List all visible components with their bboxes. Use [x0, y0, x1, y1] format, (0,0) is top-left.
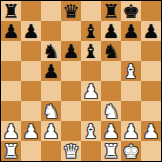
- white-queen-piece[interactable]: ♛: [62, 141, 79, 161]
- square-g4[interactable]: [121, 81, 141, 101]
- white-knight-piece[interactable]: ♞: [42, 101, 59, 121]
- black-pawn-piece[interactable]: ♟: [142, 21, 159, 41]
- square-a4[interactable]: [1, 81, 21, 101]
- square-f1[interactable]: ♜: [101, 141, 121, 161]
- square-a6[interactable]: [1, 41, 21, 61]
- white-rook-piece[interactable]: ♜: [102, 141, 119, 161]
- black-rook-piece[interactable]: ♜: [102, 1, 119, 21]
- square-d8[interactable]: ♛: [61, 1, 81, 21]
- square-d6[interactable]: ♟: [61, 41, 81, 61]
- square-h1[interactable]: [141, 141, 161, 161]
- square-c4[interactable]: [41, 81, 61, 101]
- square-e7[interactable]: ♝: [81, 21, 101, 41]
- square-e3[interactable]: [81, 101, 101, 121]
- square-g8[interactable]: ♚: [121, 1, 141, 21]
- black-rook-piece[interactable]: ♜: [2, 1, 19, 21]
- square-b8[interactable]: [21, 1, 41, 21]
- white-pawn-piece[interactable]: ♟: [122, 121, 139, 141]
- square-f4[interactable]: [101, 81, 121, 101]
- square-b3[interactable]: [21, 101, 41, 121]
- square-a2[interactable]: ♟: [1, 121, 21, 141]
- square-c2[interactable]: ♟: [41, 121, 61, 141]
- square-h5[interactable]: [141, 61, 161, 81]
- square-d5[interactable]: [61, 61, 81, 81]
- white-rook-piece[interactable]: ♜: [2, 141, 19, 161]
- square-f8[interactable]: ♜: [101, 1, 121, 21]
- square-b7[interactable]: ♟: [21, 21, 41, 41]
- black-pawn-piece[interactable]: ♟: [2, 21, 19, 41]
- square-b4[interactable]: [21, 81, 41, 101]
- square-h2[interactable]: ♟: [141, 121, 161, 141]
- square-d1[interactable]: ♛: [61, 141, 81, 161]
- black-queen-piece[interactable]: ♛: [62, 1, 79, 21]
- square-e5[interactable]: [81, 61, 101, 81]
- square-e4[interactable]: ♟: [81, 81, 101, 101]
- square-c6[interactable]: ♞: [41, 41, 61, 61]
- square-c1[interactable]: [41, 141, 61, 161]
- white-bishop-piece[interactable]: ♝: [122, 61, 139, 81]
- square-h8[interactable]: [141, 1, 161, 21]
- white-bishop-piece[interactable]: ♝: [82, 121, 99, 141]
- square-d3[interactable]: [61, 101, 81, 121]
- black-pawn-piece[interactable]: ♟: [122, 21, 139, 41]
- square-c8[interactable]: [41, 1, 61, 21]
- square-g6[interactable]: [121, 41, 141, 61]
- square-c5[interactable]: ♟: [41, 61, 61, 81]
- square-c3[interactable]: ♞: [41, 101, 61, 121]
- square-a5[interactable]: [1, 61, 21, 81]
- square-e8[interactable]: [81, 1, 101, 21]
- square-b2[interactable]: ♟: [21, 121, 41, 141]
- square-a3[interactable]: [1, 101, 21, 121]
- square-b6[interactable]: [21, 41, 41, 61]
- black-bishop-piece[interactable]: ♝: [82, 41, 99, 61]
- square-h7[interactable]: ♟: [141, 21, 161, 41]
- square-a7[interactable]: ♟: [1, 21, 21, 41]
- square-a1[interactable]: ♜: [1, 141, 21, 161]
- square-e2[interactable]: ♝: [81, 121, 101, 141]
- square-g1[interactable]: ♚: [121, 141, 141, 161]
- square-f7[interactable]: ♟: [101, 21, 121, 41]
- white-pawn-piece[interactable]: ♟: [42, 121, 59, 141]
- square-c7[interactable]: [41, 21, 61, 41]
- chess-board: ♜♛♜♚♟♟♝♟♟♟♞♟♝♞♟♝♟♞♞♟♟♟♝♟♟♟♜♛♜♚: [0, 0, 162, 162]
- square-b1[interactable]: [21, 141, 41, 161]
- square-d7[interactable]: [61, 21, 81, 41]
- square-f5[interactable]: [101, 61, 121, 81]
- black-pawn-piece[interactable]: ♟: [22, 21, 39, 41]
- white-knight-piece[interactable]: ♞: [102, 101, 119, 121]
- square-g5[interactable]: ♝: [121, 61, 141, 81]
- square-a8[interactable]: ♜: [1, 1, 21, 21]
- white-pawn-piece[interactable]: ♟: [22, 121, 39, 141]
- white-pawn-piece[interactable]: ♟: [102, 121, 119, 141]
- white-pawn-piece[interactable]: ♟: [142, 121, 159, 141]
- black-pawn-piece[interactable]: ♟: [42, 61, 59, 81]
- black-knight-piece[interactable]: ♞: [102, 41, 119, 61]
- square-h6[interactable]: [141, 41, 161, 61]
- white-king-piece[interactable]: ♚: [122, 141, 139, 161]
- square-g2[interactable]: ♟: [121, 121, 141, 141]
- square-g3[interactable]: [121, 101, 141, 121]
- black-pawn-piece[interactable]: ♟: [102, 21, 119, 41]
- square-h3[interactable]: [141, 101, 161, 121]
- square-f2[interactable]: ♟: [101, 121, 121, 141]
- black-pawn-piece[interactable]: ♟: [62, 41, 79, 61]
- square-d4[interactable]: [61, 81, 81, 101]
- white-pawn-piece[interactable]: ♟: [2, 121, 19, 141]
- square-h4[interactable]: [141, 81, 161, 101]
- black-king-piece[interactable]: ♚: [122, 1, 139, 21]
- black-bishop-piece[interactable]: ♝: [82, 21, 99, 41]
- square-e6[interactable]: ♝: [81, 41, 101, 61]
- white-pawn-piece[interactable]: ♟: [82, 81, 99, 101]
- square-f3[interactable]: ♞: [101, 101, 121, 121]
- square-d2[interactable]: [61, 121, 81, 141]
- square-b5[interactable]: [21, 61, 41, 81]
- square-f6[interactable]: ♞: [101, 41, 121, 61]
- square-e1[interactable]: [81, 141, 101, 161]
- black-knight-piece[interactable]: ♞: [42, 41, 59, 61]
- square-g7[interactable]: ♟: [121, 21, 141, 41]
